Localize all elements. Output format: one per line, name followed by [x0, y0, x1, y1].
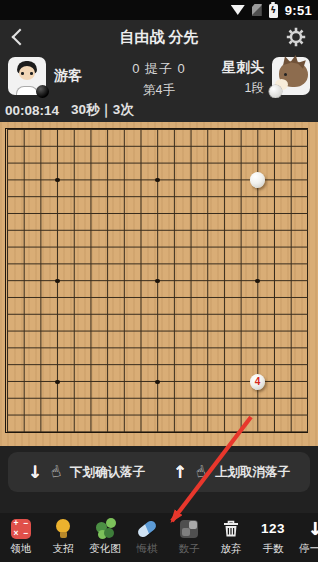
- swipe-up-icon: ↑: [173, 464, 187, 481]
- white-player-avatar[interactable]: [272, 57, 310, 95]
- count-icon: [180, 520, 198, 538]
- battery-icon: ϟ: [269, 4, 278, 18]
- player-bar: 游客 0 提子 0 第4手 星刺头 1段: [0, 54, 318, 98]
- go-app-screen: ϟ 9:51 自由战 分先 游客 0 提子 0 第4手: [0, 0, 318, 562]
- page-title: 自由战 分先: [0, 28, 318, 47]
- byoyomi-time: 30秒｜3次: [71, 101, 134, 119]
- move-number-label: 4: [255, 377, 261, 387]
- status-bar: ϟ 9:51: [0, 0, 318, 20]
- count-button[interactable]: 数子: [168, 513, 210, 562]
- trash-icon: [222, 519, 240, 538]
- lightbulb-icon: [56, 519, 70, 538]
- cancel-move-label: 上划取消落子: [215, 464, 290, 481]
- confirm-move-bar[interactable]: ↓ ☝ 下划确认落子 ↑ ☝ 上划取消落子: [8, 452, 310, 492]
- captures-line: 0 提子 0: [0, 60, 318, 78]
- territory-icon: +−×−: [11, 519, 31, 539]
- undo-pill-icon: [136, 518, 158, 538]
- 123-icon: 123: [261, 521, 285, 536]
- white-stone: 4: [250, 374, 266, 390]
- wifi-icon: [231, 5, 245, 15]
- go-board-grid[interactable]: 4: [0, 121, 316, 440]
- white-player-rank: 1段: [222, 80, 264, 97]
- sim-icon: [252, 4, 262, 16]
- move-numbers-button[interactable]: 123 手数: [252, 513, 294, 562]
- territory-button[interactable]: +−×− 领地: [0, 513, 42, 562]
- swipe-down-icon: ↓: [28, 464, 42, 481]
- main-time: 00:08:14: [5, 103, 59, 118]
- status-time: 9:51: [285, 3, 312, 18]
- pass-arrow-icon: ↓: [307, 520, 318, 538]
- confirm-move-label: 下划确认落子: [70, 464, 145, 481]
- bottom-toolbar: +−×− 领地 支招 变化图 悔棋 数子: [0, 513, 318, 562]
- resign-button[interactable]: 放弃: [210, 513, 252, 562]
- hand-pointer-icon: ☝: [49, 463, 62, 481]
- white-stone: [250, 172, 266, 188]
- gear-icon: [286, 27, 306, 47]
- white-player-info: 星刺头 1段: [222, 59, 264, 97]
- timer-bar: 00:08:14 30秒｜3次: [0, 98, 318, 122]
- hint-button[interactable]: 支招: [42, 513, 84, 562]
- go-board[interactable]: 4: [0, 122, 318, 446]
- undo-button[interactable]: 悔棋: [126, 513, 168, 562]
- header: 自由战 分先: [0, 20, 318, 54]
- hand-pointer-icon: ☝: [194, 463, 207, 481]
- variation-button[interactable]: 变化图: [84, 513, 126, 562]
- settings-button[interactable]: [286, 27, 306, 47]
- variation-icon: [95, 518, 116, 539]
- charging-bolt-icon: ϟ: [270, 6, 276, 15]
- white-player-name: 星刺头: [222, 59, 264, 77]
- pass-button[interactable]: ↓ 停一手: [294, 513, 318, 562]
- white-stone-badge: [269, 85, 282, 98]
